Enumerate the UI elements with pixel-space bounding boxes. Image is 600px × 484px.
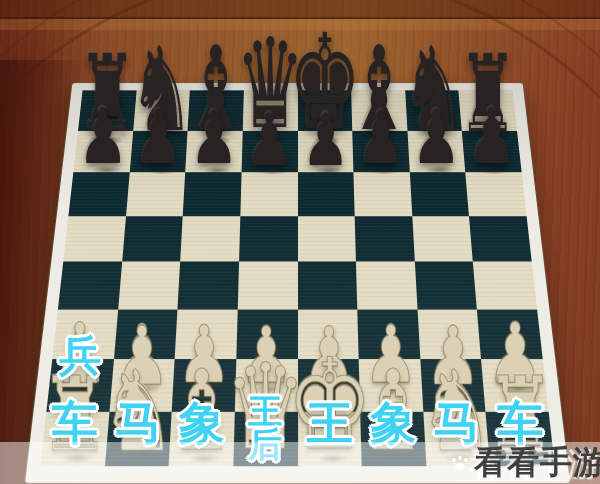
square-g5[interactable]	[412, 216, 473, 262]
square-c7[interactable]	[185, 130, 242, 172]
square-f5[interactable]	[355, 216, 415, 262]
square-a3[interactable]	[52, 309, 118, 359]
square-d7[interactable]	[241, 130, 297, 172]
square-a4[interactable]	[58, 261, 122, 309]
square-b8[interactable]	[133, 90, 190, 130]
chess-board	[25, 83, 570, 483]
square-d6[interactable]	[240, 172, 297, 216]
square-h6[interactable]	[466, 172, 527, 216]
square-f7[interactable]	[352, 130, 409, 172]
square-b4[interactable]	[118, 261, 181, 309]
square-b2[interactable]	[109, 359, 175, 411]
square-g4[interactable]	[415, 261, 478, 309]
square-g2[interactable]	[420, 359, 486, 411]
square-c8[interactable]	[188, 90, 244, 130]
square-e7[interactable]	[298, 130, 354, 172]
square-a8[interactable]	[78, 90, 136, 130]
square-g7[interactable]	[407, 130, 465, 172]
square-c4[interactable]	[178, 261, 239, 309]
square-e4[interactable]	[298, 261, 358, 309]
square-e5[interactable]	[298, 216, 357, 262]
square-e2[interactable]	[298, 359, 361, 411]
square-h8[interactable]	[459, 90, 517, 130]
square-c3[interactable]	[175, 309, 238, 359]
square-b5[interactable]	[122, 216, 183, 262]
square-d5[interactable]	[239, 216, 298, 262]
square-d3[interactable]	[236, 309, 297, 359]
square-g6[interactable]	[410, 172, 470, 216]
square-d4[interactable]	[238, 261, 298, 309]
square-b7[interactable]	[129, 130, 187, 172]
square-a5[interactable]	[63, 216, 125, 262]
square-a7[interactable]	[73, 130, 133, 172]
square-f8[interactable]	[351, 90, 407, 130]
square-h5[interactable]	[469, 216, 531, 262]
square-e8[interactable]	[298, 90, 353, 130]
square-e3[interactable]	[298, 309, 359, 359]
square-b3[interactable]	[114, 309, 178, 359]
square-d8[interactable]	[243, 90, 298, 130]
board-grid	[40, 90, 555, 466]
square-h2[interactable]	[481, 359, 548, 411]
square-h3[interactable]	[477, 309, 543, 359]
watermark-text: 看看手游网	[474, 441, 600, 484]
square-c6[interactable]	[183, 172, 241, 216]
square-b6[interactable]	[126, 172, 186, 216]
square-f4[interactable]	[356, 261, 417, 309]
square-h7[interactable]	[462, 130, 522, 172]
square-d2[interactable]	[235, 359, 298, 411]
table-top-band	[0, 0, 600, 60]
square-g8[interactable]	[405, 90, 462, 130]
square-h4[interactable]	[473, 261, 537, 309]
paw-icon	[452, 456, 468, 470]
watermark-band: 看看手游网	[0, 442, 600, 484]
square-e6[interactable]	[298, 172, 355, 216]
square-c2[interactable]	[172, 359, 236, 411]
square-a6[interactable]	[68, 172, 129, 216]
chess-app-screen: ♜♞♝♛♚♝♞♜♟♟♟♟♟♟♟♟♟♟♟♟♟♟♟♟♜♞♝♛♚♝♞♜ 兵车马象王后王…	[0, 0, 600, 484]
square-f2[interactable]	[359, 359, 423, 411]
square-f6[interactable]	[354, 172, 412, 216]
square-a2[interactable]	[46, 359, 113, 411]
square-c5[interactable]	[180, 216, 240, 262]
square-f3[interactable]	[357, 309, 420, 359]
square-g3[interactable]	[417, 309, 481, 359]
